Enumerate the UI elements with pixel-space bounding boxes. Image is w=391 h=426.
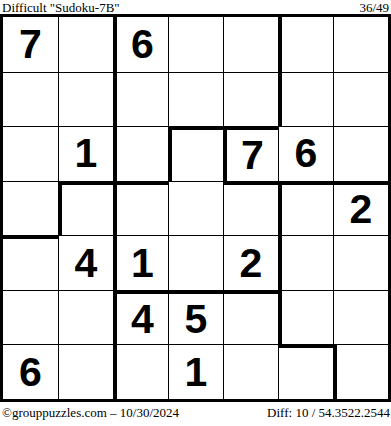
cell-r7c1: 6 bbox=[3, 344, 58, 399]
cell-r6c6[interactable] bbox=[278, 290, 333, 345]
cell-r1c2[interactable] bbox=[58, 17, 113, 72]
cell-r3c6: 6 bbox=[278, 126, 333, 181]
cell-r2c7[interactable] bbox=[333, 72, 388, 127]
cell-r3c4[interactable] bbox=[168, 126, 223, 181]
cell-r6c2[interactable] bbox=[58, 290, 113, 345]
cell-r2c3[interactable] bbox=[113, 72, 168, 127]
difficulty-text: Diff: 10 / 54.3522.2544 bbox=[267, 405, 390, 421]
cell-r7c4: 1 bbox=[168, 344, 223, 399]
cell-r4c3[interactable] bbox=[113, 181, 168, 236]
cell-r4c1[interactable] bbox=[3, 181, 58, 236]
cell-r3c2: 1 bbox=[58, 126, 113, 181]
cell-r6c1[interactable] bbox=[3, 290, 58, 345]
cell-r6c5[interactable] bbox=[223, 290, 278, 345]
cell-r4c4[interactable] bbox=[168, 181, 223, 236]
cell-r5c3: 1 bbox=[113, 235, 168, 290]
cell-r4c5[interactable] bbox=[223, 181, 278, 236]
cell-r3c1[interactable] bbox=[3, 126, 58, 181]
cell-r2c2[interactable] bbox=[58, 72, 113, 127]
cell-r5c4[interactable] bbox=[168, 235, 223, 290]
cell-r5c1[interactable] bbox=[3, 235, 58, 290]
cell-r5c6[interactable] bbox=[278, 235, 333, 290]
cell-r3c3[interactable] bbox=[113, 126, 168, 181]
cell-r1c4[interactable] bbox=[168, 17, 223, 72]
cell-r6c4: 5 bbox=[168, 290, 223, 345]
cell-r7c3[interactable] bbox=[113, 344, 168, 399]
copyright-text: ©grouppuzzles.com – 10/30/2024 bbox=[2, 405, 179, 421]
cell-r2c5[interactable] bbox=[223, 72, 278, 127]
cell-r5c2: 4 bbox=[58, 235, 113, 290]
cell-r1c5[interactable] bbox=[223, 17, 278, 72]
cell-r6c7[interactable] bbox=[333, 290, 388, 345]
cell-r7c6[interactable] bbox=[278, 344, 333, 399]
sudoku-board: 7617624124561 bbox=[0, 14, 391, 402]
cell-r2c6[interactable] bbox=[278, 72, 333, 127]
cell-r1c7[interactable] bbox=[333, 17, 388, 72]
cell-r1c6[interactable] bbox=[278, 17, 333, 72]
cell-r3c7[interactable] bbox=[333, 126, 388, 181]
cell-r4c7: 2 bbox=[333, 181, 388, 236]
cell-r7c5[interactable] bbox=[223, 344, 278, 399]
cell-r2c1[interactable] bbox=[3, 72, 58, 127]
cell-r5c7[interactable] bbox=[333, 235, 388, 290]
cell-r4c2[interactable] bbox=[58, 181, 113, 236]
puzzle-page: Difficult "Sudoku-7B" 36/49 761762412456… bbox=[0, 0, 391, 426]
cell-r7c7[interactable] bbox=[333, 344, 388, 399]
cell-r5c5: 2 bbox=[223, 235, 278, 290]
cell-r1c3: 6 bbox=[113, 17, 168, 72]
cell-r1c1: 7 bbox=[3, 17, 58, 72]
cell-r7c2[interactable] bbox=[58, 344, 113, 399]
cell-r6c3: 4 bbox=[113, 290, 168, 345]
cell-r4c6[interactable] bbox=[278, 181, 333, 236]
cell-r2c4[interactable] bbox=[168, 72, 223, 127]
cell-r3c5: 7 bbox=[223, 126, 278, 181]
